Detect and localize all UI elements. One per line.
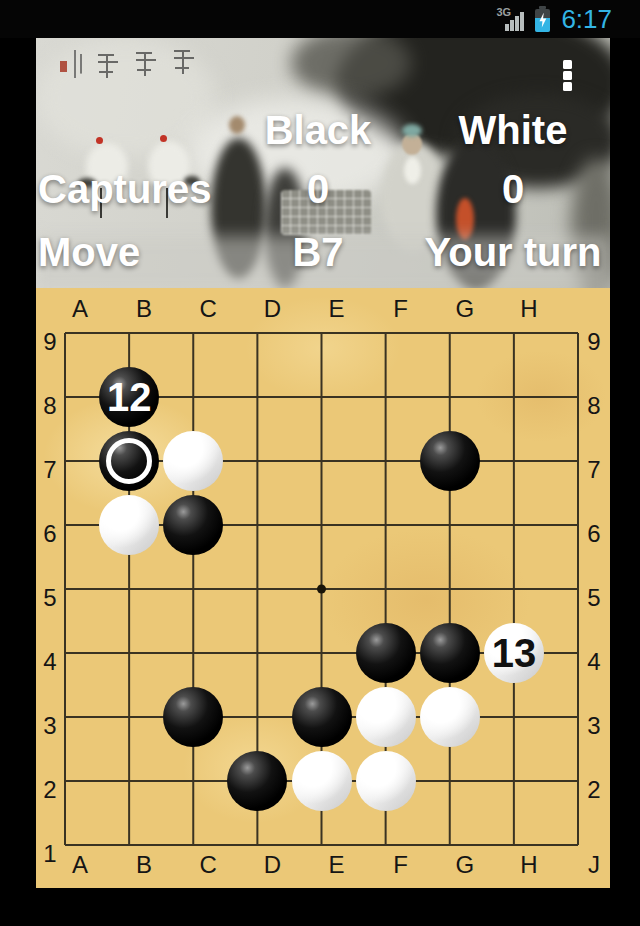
- painting-beard: [404, 157, 421, 184]
- last-move-marker: [106, 438, 152, 484]
- white-player-label: White: [459, 108, 568, 153]
- signal-strength-icon: 3G: [498, 6, 526, 32]
- painting-seal: [60, 61, 67, 72]
- black-stone-B7: [99, 431, 159, 491]
- black-stone-B8: 12: [99, 367, 159, 427]
- painting-calligraphy: [60, 46, 220, 90]
- move-number-label: 12: [107, 377, 152, 417]
- black-stone-C3: [163, 687, 223, 747]
- phone-screen: 3G 6:17: [0, 0, 640, 926]
- move-label: Move: [38, 230, 140, 275]
- turn-status: Your turn: [424, 230, 601, 275]
- painting-crane-head: [160, 135, 167, 142]
- white-stone-C7: [163, 431, 223, 491]
- white-captures-count: 0: [502, 167, 524, 212]
- go-board[interactable]: ABCDEFGHABCDEFGH98765432198765432J1213: [36, 288, 610, 888]
- clock-time: 6:17: [561, 4, 612, 35]
- painting-figure-head: [229, 116, 245, 134]
- white-stone-G3: [420, 687, 480, 747]
- black-stone-E3: [292, 687, 352, 747]
- black-stone-D2: [227, 751, 287, 811]
- black-stone-F4: [356, 623, 416, 683]
- game-info-header: Black White Captures 0 0 Move B7 Your tu…: [36, 38, 610, 288]
- painting-crane-head: [96, 137, 103, 144]
- black-player-label: Black: [265, 108, 372, 153]
- white-stone-E2: [292, 751, 352, 811]
- overflow-menu-icon[interactable]: [563, 60, 572, 91]
- battery-charging-icon: [535, 9, 550, 32]
- black-captures-count: 0: [307, 167, 329, 212]
- black-stone-G4: [420, 623, 480, 683]
- black-stone-C6: [163, 495, 223, 555]
- black-stone-G7: [420, 431, 480, 491]
- white-stone-H4: 13: [484, 623, 544, 683]
- painting-cap: [402, 124, 422, 137]
- white-stone-B6: [99, 495, 159, 555]
- captures-label: Captures: [38, 167, 211, 212]
- white-stone-F2: [356, 751, 416, 811]
- white-stone-F3: [356, 687, 416, 747]
- status-bar: 3G 6:17: [0, 0, 640, 38]
- last-move-coord: B7: [292, 230, 343, 275]
- stones-grid: 1213: [33, 301, 611, 877]
- signal-bars-icon: [505, 12, 524, 31]
- move-number-label: 13: [492, 633, 537, 673]
